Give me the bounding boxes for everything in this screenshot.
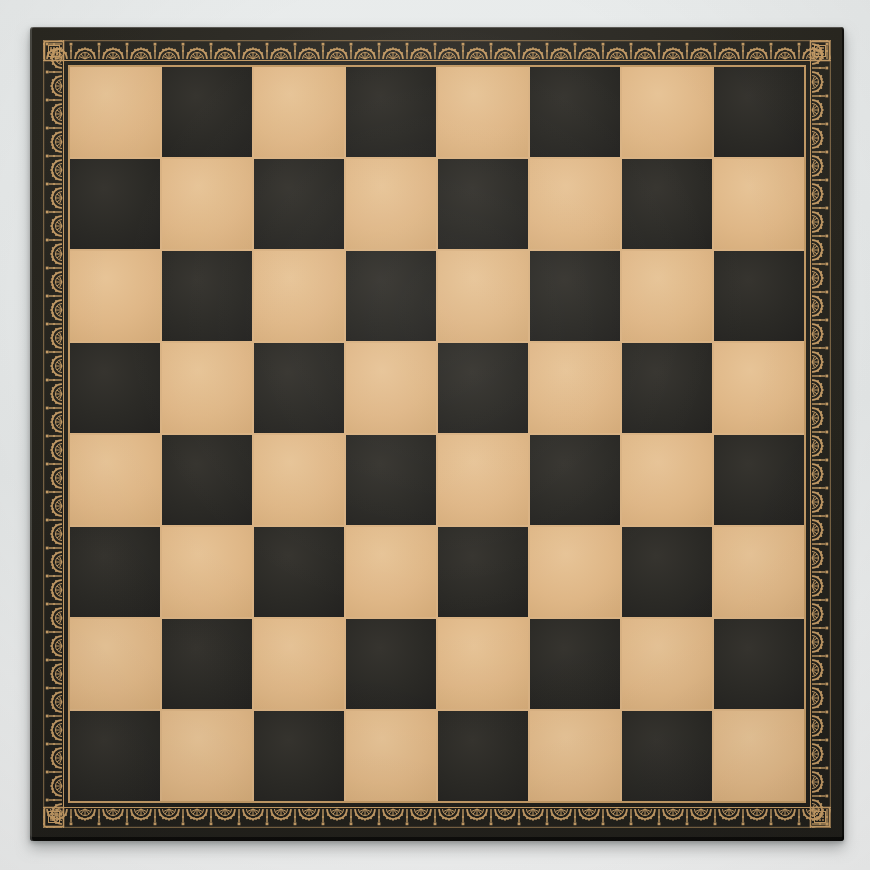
square-g4[interactable] xyxy=(622,435,712,525)
square-f6[interactable] xyxy=(530,251,620,341)
square-d3[interactable] xyxy=(346,527,436,617)
ornament-border-left xyxy=(43,40,65,828)
square-h1[interactable] xyxy=(714,711,804,801)
square-g5[interactable] xyxy=(622,343,712,433)
square-c6[interactable] xyxy=(254,251,344,341)
square-h6[interactable] xyxy=(714,251,804,341)
square-c5[interactable] xyxy=(254,343,344,433)
square-a1[interactable] xyxy=(70,711,160,801)
square-d5[interactable] xyxy=(346,343,436,433)
play-area xyxy=(68,65,806,803)
square-h7[interactable] xyxy=(714,159,804,249)
photo-background xyxy=(0,0,870,870)
square-a7[interactable] xyxy=(70,159,160,249)
square-d2[interactable] xyxy=(346,619,436,709)
square-e8[interactable] xyxy=(438,67,528,157)
square-b5[interactable] xyxy=(162,343,252,433)
square-h2[interactable] xyxy=(714,619,804,709)
corner-rosette-icon xyxy=(809,806,831,828)
square-f8[interactable] xyxy=(530,67,620,157)
square-f4[interactable] xyxy=(530,435,620,525)
square-f2[interactable] xyxy=(530,619,620,709)
square-e1[interactable] xyxy=(438,711,528,801)
square-f3[interactable] xyxy=(530,527,620,617)
square-h5[interactable] xyxy=(714,343,804,433)
square-b8[interactable] xyxy=(162,67,252,157)
corner-rosette-icon xyxy=(43,806,65,828)
ornament-border-right xyxy=(809,40,831,828)
square-g6[interactable] xyxy=(622,251,712,341)
square-a8[interactable] xyxy=(70,67,160,157)
square-g1[interactable] xyxy=(622,711,712,801)
square-h4[interactable] xyxy=(714,435,804,525)
square-c8[interactable] xyxy=(254,67,344,157)
ornament-border-bottom xyxy=(43,806,831,828)
square-b3[interactable] xyxy=(162,527,252,617)
square-a5[interactable] xyxy=(70,343,160,433)
square-f7[interactable] xyxy=(530,159,620,249)
square-c3[interactable] xyxy=(254,527,344,617)
square-b2[interactable] xyxy=(162,619,252,709)
square-c7[interactable] xyxy=(254,159,344,249)
square-e6[interactable] xyxy=(438,251,528,341)
square-h8[interactable] xyxy=(714,67,804,157)
square-f5[interactable] xyxy=(530,343,620,433)
square-d1[interactable] xyxy=(346,711,436,801)
square-a2[interactable] xyxy=(70,619,160,709)
square-d7[interactable] xyxy=(346,159,436,249)
square-c1[interactable] xyxy=(254,711,344,801)
square-e5[interactable] xyxy=(438,343,528,433)
square-a6[interactable] xyxy=(70,251,160,341)
square-b6[interactable] xyxy=(162,251,252,341)
square-b1[interactable] xyxy=(162,711,252,801)
ornament-border-top xyxy=(43,40,831,62)
square-e4[interactable] xyxy=(438,435,528,525)
square-a4[interactable] xyxy=(70,435,160,525)
square-e7[interactable] xyxy=(438,159,528,249)
square-e3[interactable] xyxy=(438,527,528,617)
square-g8[interactable] xyxy=(622,67,712,157)
square-g3[interactable] xyxy=(622,527,712,617)
square-g2[interactable] xyxy=(622,619,712,709)
chess-board xyxy=(30,27,844,841)
square-d4[interactable] xyxy=(346,435,436,525)
square-b7[interactable] xyxy=(162,159,252,249)
square-c4[interactable] xyxy=(254,435,344,525)
square-d8[interactable] xyxy=(346,67,436,157)
square-h3[interactable] xyxy=(714,527,804,617)
square-d6[interactable] xyxy=(346,251,436,341)
corner-rosette-icon xyxy=(809,40,831,62)
corner-rosette-icon xyxy=(43,40,65,62)
square-a3[interactable] xyxy=(70,527,160,617)
square-g7[interactable] xyxy=(622,159,712,249)
square-b4[interactable] xyxy=(162,435,252,525)
square-e2[interactable] xyxy=(438,619,528,709)
square-c2[interactable] xyxy=(254,619,344,709)
square-f1[interactable] xyxy=(530,711,620,801)
